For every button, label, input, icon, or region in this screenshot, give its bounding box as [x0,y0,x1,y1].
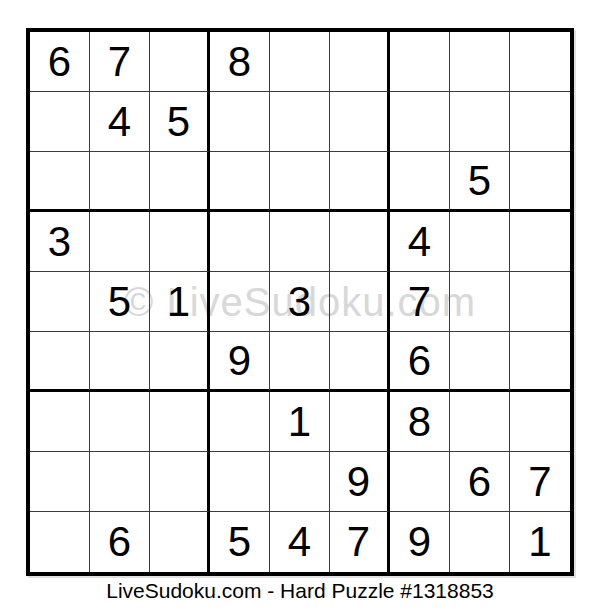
cell-r6c7[interactable]: 6 [390,332,450,392]
cell-r9c9[interactable]: 1 [510,512,570,572]
cell-r2c2[interactable]: 4 [90,92,150,152]
cell-r5c1[interactable] [30,272,90,332]
cell-r9c4[interactable]: 5 [210,512,270,572]
cell-r7c8[interactable] [450,392,510,452]
cell-r5c2[interactable]: 5 [90,272,150,332]
cell-r4c5[interactable] [270,212,330,272]
cell-r9c3[interactable] [150,512,210,572]
cell-r4c2[interactable] [90,212,150,272]
cell-r2c4[interactable] [210,92,270,152]
cell-r6c2[interactable] [90,332,150,392]
cell-r7c3[interactable] [150,392,210,452]
cell-r3c1[interactable] [30,152,90,212]
cell-r2c9[interactable] [510,92,570,152]
cell-r7c9[interactable] [510,392,570,452]
cell-r5c4[interactable] [210,272,270,332]
cell-r3c9[interactable] [510,152,570,212]
cell-r7c2[interactable] [90,392,150,452]
cell-r8c9[interactable]: 7 [510,452,570,512]
cell-r9c1[interactable] [30,512,90,572]
cell-r9c5[interactable]: 4 [270,512,330,572]
cell-r8c7[interactable] [390,452,450,512]
cell-r1c9[interactable] [510,32,570,92]
cell-r8c5[interactable] [270,452,330,512]
cell-r4c3[interactable] [150,212,210,272]
cell-r8c2[interactable] [90,452,150,512]
cell-r9c7[interactable]: 9 [390,512,450,572]
cell-r8c3[interactable] [150,452,210,512]
cell-r3c8[interactable]: 5 [450,152,510,212]
cell-r1c1[interactable]: 6 [30,32,90,92]
cell-r6c6[interactable] [330,332,390,392]
cell-r4c7[interactable]: 4 [390,212,450,272]
sudoku-board: © LiveSudoku.com 67845534513796189676547… [26,28,574,576]
cell-r3c3[interactable] [150,152,210,212]
cell-r4c6[interactable] [330,212,390,272]
cell-r9c8[interactable] [450,512,510,572]
cell-r8c6[interactable]: 9 [330,452,390,512]
cell-r6c9[interactable] [510,332,570,392]
cell-r9c2[interactable]: 6 [90,512,150,572]
cell-r5c3[interactable]: 1 [150,272,210,332]
cell-r2c6[interactable] [330,92,390,152]
cell-r3c6[interactable] [330,152,390,212]
cell-r4c1[interactable]: 3 [30,212,90,272]
cell-r6c3[interactable] [150,332,210,392]
cell-r2c7[interactable] [390,92,450,152]
cell-r7c4[interactable] [210,392,270,452]
cell-r6c8[interactable] [450,332,510,392]
cell-r7c1[interactable] [30,392,90,452]
cell-r2c3[interactable]: 5 [150,92,210,152]
cell-r5c9[interactable] [510,272,570,332]
cell-r1c7[interactable] [390,32,450,92]
cell-r2c1[interactable] [30,92,90,152]
cell-r5c7[interactable]: 7 [390,272,450,332]
cell-r1c2[interactable]: 7 [90,32,150,92]
cell-r8c1[interactable] [30,452,90,512]
cell-r7c6[interactable] [330,392,390,452]
cell-r6c5[interactable] [270,332,330,392]
cell-r1c6[interactable] [330,32,390,92]
cell-r1c3[interactable] [150,32,210,92]
cell-r4c4[interactable] [210,212,270,272]
cell-r3c5[interactable] [270,152,330,212]
cell-r5c8[interactable] [450,272,510,332]
page: © LiveSudoku.com 67845534513796189676547… [0,0,600,615]
cell-r7c7[interactable]: 8 [390,392,450,452]
cell-r5c5[interactable]: 3 [270,272,330,332]
cell-r1c4[interactable]: 8 [210,32,270,92]
cell-r1c8[interactable] [450,32,510,92]
cell-r9c6[interactable]: 7 [330,512,390,572]
cell-r3c4[interactable] [210,152,270,212]
cell-r6c1[interactable] [30,332,90,392]
cell-r6c4[interactable]: 9 [210,332,270,392]
cell-r2c5[interactable] [270,92,330,152]
cell-r7c5[interactable]: 1 [270,392,330,452]
cell-r3c7[interactable] [390,152,450,212]
cell-r8c4[interactable] [210,452,270,512]
cell-r5c6[interactable] [330,272,390,332]
cell-r2c8[interactable] [450,92,510,152]
caption: LiveSudoku.com - Hard Puzzle #1318853 [0,579,600,603]
cell-r8c8[interactable]: 6 [450,452,510,512]
cell-r1c5[interactable] [270,32,330,92]
cell-r4c8[interactable] [450,212,510,272]
cell-r3c2[interactable] [90,152,150,212]
cell-r4c9[interactable] [510,212,570,272]
